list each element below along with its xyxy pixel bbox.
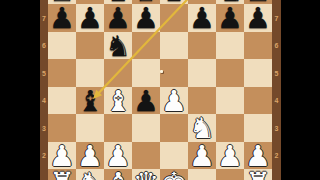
square-f1[interactable] (188, 169, 216, 180)
piece-white-rook-a1[interactable]: ♜ (49, 170, 75, 180)
rank-label-4-left: 4 (40, 97, 48, 104)
square-e2[interactable] (160, 142, 188, 170)
square-f3[interactable]: ♞ (188, 114, 216, 142)
square-f6[interactable] (188, 32, 216, 60)
square-d1[interactable]: ♛ (132, 169, 160, 180)
board-border-left: 7654321 (40, 0, 48, 180)
square-a6[interactable] (48, 32, 76, 60)
square-f2[interactable]: ♟ (188, 142, 216, 170)
piece-white-knight-b1[interactable]: ♞ (77, 170, 103, 180)
piece-white-bishop-c1[interactable]: ♝ (105, 170, 131, 180)
rank-label-2-left: 2 (40, 152, 48, 159)
square-g4[interactable] (216, 87, 244, 115)
square-a4[interactable] (48, 87, 76, 115)
square-h3[interactable] (244, 114, 272, 142)
piece-white-pawn-g2[interactable]: ♟ (217, 143, 243, 171)
square-b4[interactable]: ♝ (76, 87, 104, 115)
piece-black-pawn-g7[interactable]: ♟ (217, 5, 243, 33)
piece-white-pawn-f2[interactable]: ♟ (189, 143, 215, 171)
square-h1[interactable]: ♜ (244, 169, 272, 180)
piece-white-knight-f3[interactable]: ♞ (189, 115, 215, 143)
square-g5[interactable] (216, 59, 244, 87)
square-b1[interactable]: ♞ (76, 169, 104, 180)
square-a7[interactable]: ♟ (48, 4, 76, 32)
square-h6[interactable] (244, 32, 272, 60)
square-d3[interactable] (132, 114, 160, 142)
square-e7[interactable] (160, 4, 188, 32)
square-c1[interactable]: ♝ (104, 169, 132, 180)
rank-label-5-right: 5 (272, 69, 281, 76)
piece-white-pawn-a2[interactable]: ♟ (49, 143, 75, 171)
square-g1[interactable] (216, 169, 244, 180)
square-c5[interactable] (104, 59, 132, 87)
square-c4[interactable]: ♝ (104, 87, 132, 115)
square-g2[interactable]: ♟ (216, 142, 244, 170)
rank-label-7-left: 7 (40, 14, 48, 21)
piece-black-knight-c6[interactable]: ♞ (105, 33, 131, 61)
rank-label-6-left: 6 (40, 42, 48, 49)
piece-white-bishop-c4[interactable]: ♝ (105, 88, 131, 116)
piece-white-queen-d1[interactable]: ♛ (133, 170, 159, 180)
rank-label-3-left: 3 (40, 124, 48, 131)
square-h7[interactable]: ♟ (244, 4, 272, 32)
piece-black-pawn-b7[interactable]: ♟ (77, 5, 103, 33)
piece-white-king-e1[interactable]: ♚ (161, 170, 187, 180)
square-a5[interactable] (48, 59, 76, 87)
square-d2[interactable] (132, 142, 160, 170)
square-b2[interactable]: ♟ (76, 142, 104, 170)
piece-black-pawn-c7[interactable]: ♟ (105, 5, 131, 33)
piece-white-pawn-b2[interactable]: ♟ (77, 143, 103, 171)
video-frame: 7654321 7654321 ♜♝♛♚♞♜♟♟♟♟♟♟♟♞♝♝♟♟♞♟♟♟♟♟… (0, 0, 320, 180)
rank-label-7-right: 7 (272, 14, 281, 21)
board-border-right: 7654321 (272, 0, 281, 180)
square-c2[interactable]: ♟ (104, 142, 132, 170)
square-b5[interactable] (76, 59, 104, 87)
square-g3[interactable] (216, 114, 244, 142)
piece-white-pawn-h2[interactable]: ♟ (245, 143, 271, 171)
square-g6[interactable] (216, 32, 244, 60)
piece-white-rook-h1[interactable]: ♜ (245, 170, 271, 180)
rank-label-2-right: 2 (272, 152, 281, 159)
square-d6[interactable] (132, 32, 160, 60)
piece-white-pawn-e4[interactable]: ♟ (161, 88, 187, 116)
square-e4[interactable]: ♟ (160, 87, 188, 115)
square-e3[interactable] (160, 114, 188, 142)
piece-black-pawn-f7[interactable]: ♟ (189, 5, 215, 33)
square-h5[interactable] (244, 59, 272, 87)
square-c7[interactable]: ♟ (104, 4, 132, 32)
piece-black-pawn-h7[interactable]: ♟ (245, 5, 271, 33)
square-c6[interactable]: ♞ (104, 32, 132, 60)
rank-label-6-right: 6 (272, 42, 281, 49)
piece-black-pawn-a7[interactable]: ♟ (49, 5, 75, 33)
square-h4[interactable] (244, 87, 272, 115)
rank-label-3-right: 3 (272, 124, 281, 131)
piece-black-bishop-b4[interactable]: ♝ (77, 88, 103, 116)
piece-white-pawn-c2[interactable]: ♟ (105, 143, 131, 171)
square-h2[interactable]: ♟ (244, 142, 272, 170)
square-d7[interactable]: ♟ (132, 4, 160, 32)
rank-label-1-right: 1 (272, 179, 281, 180)
square-e1[interactable]: ♚ (160, 169, 188, 180)
square-a2[interactable]: ♟ (48, 142, 76, 170)
square-g7[interactable]: ♟ (216, 4, 244, 32)
square-d5[interactable] (132, 59, 160, 87)
square-a3[interactable] (48, 114, 76, 142)
square-f7[interactable]: ♟ (188, 4, 216, 32)
square-e6[interactable] (160, 32, 188, 60)
square-a1[interactable]: ♜ (48, 169, 76, 180)
square-c3[interactable] (104, 114, 132, 142)
square-d4[interactable]: ♟ (132, 87, 160, 115)
square-b7[interactable]: ♟ (76, 4, 104, 32)
piece-black-pawn-d7[interactable]: ♟ (133, 5, 159, 33)
rank-label-4-right: 4 (272, 97, 281, 104)
square-b6[interactable] (76, 32, 104, 60)
square-b3[interactable] (76, 114, 104, 142)
rank-label-1-left: 1 (40, 179, 48, 180)
piece-black-pawn-d4[interactable]: ♟ (133, 88, 159, 116)
square-f5[interactable] (188, 59, 216, 87)
chess-board: ♜♝♛♚♞♜♟♟♟♟♟♟♟♞♝♝♟♟♞♟♟♟♟♟♟♜♞♝♛♚♜ (48, 0, 272, 180)
square-e5[interactable] (160, 59, 188, 87)
square-f4[interactable] (188, 87, 216, 115)
rank-label-5-left: 5 (40, 69, 48, 76)
